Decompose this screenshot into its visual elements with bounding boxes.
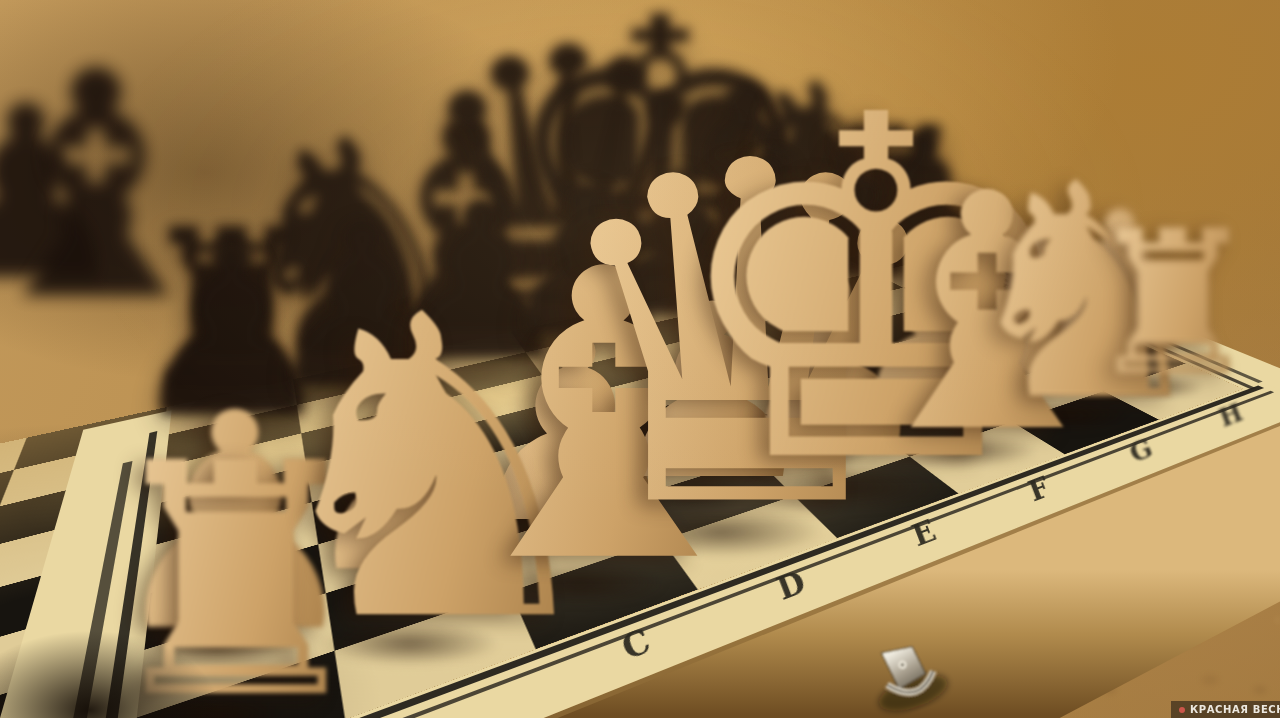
watermark-bar: КРАСНАЯ ВЕСНА — [1171, 701, 1280, 718]
watermark-text: КРАСНАЯ ВЕСНА — [1190, 701, 1280, 718]
foreground-shadow-corner — [0, 600, 270, 718]
chess-photo-scene: CDEFGH ♜♞♝♛♚♝♞♜♟♟♟♟♟♟♟♟♟♟♟♟♟♟♟♟♜♞♝♛♚♝♞♜♟… — [0, 0, 1280, 718]
watermark-dot-icon — [1179, 707, 1185, 713]
